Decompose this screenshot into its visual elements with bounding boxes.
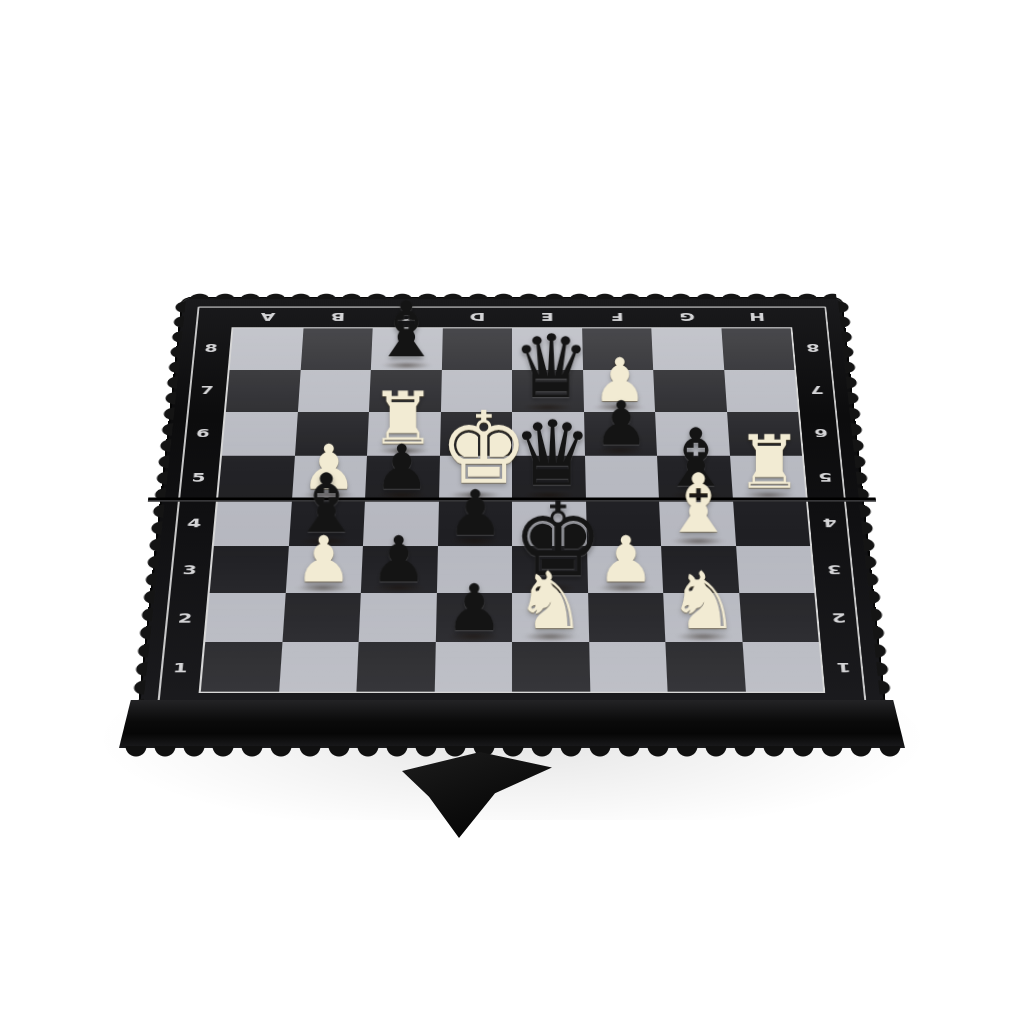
square-d6 (439, 412, 512, 455)
file-label-far-f: F (582, 307, 653, 327)
square-g8 (651, 328, 723, 369)
square-c7 (369, 370, 441, 412)
board-frame: ABCDEFGH ABCDEFGH 87654321 87654321 ♝♛♟♜… (137, 298, 886, 731)
square-b8 (300, 328, 372, 369)
piece-black-pawn-c3: ♟ (361, 546, 438, 593)
file-label-far-h: H (721, 307, 792, 327)
white-knight-icon: ♞ (512, 561, 589, 640)
rank-label-right-7: 7 (797, 369, 836, 412)
square-b6 (294, 412, 368, 455)
rank-label-right-5: 5 (805, 455, 845, 500)
black-pawn-icon: ♟ (435, 576, 512, 641)
file-label-far-g: G (651, 307, 722, 327)
square-e7 (512, 370, 584, 412)
piece-white-bishop-g4: ♝ (659, 500, 736, 546)
white-pawn-icon: ♟ (588, 528, 664, 592)
piece-black-pawn-d4: ♟ (437, 500, 512, 546)
file-label-far-b: B (302, 307, 373, 327)
file-label-far-c: C (372, 307, 443, 327)
square-g6 (655, 412, 729, 455)
file-labels-far: ABCDEFGH (232, 307, 793, 327)
file-label-far-d: D (442, 307, 512, 327)
square-a5 (218, 455, 294, 500)
black-pawn-icon: ♟ (438, 482, 512, 545)
rank-label-right-6: 6 (801, 411, 840, 455)
chessboard-3d-scene: ABCDEFGH ABCDEFGH 87654321 87654321 ♝♛♟♜… (137, 298, 886, 731)
file-label-far-e: E (512, 307, 582, 327)
square-c6 (367, 412, 440, 455)
white-bishop-icon: ♝ (661, 464, 735, 545)
square-a7 (226, 370, 300, 412)
square-g7 (653, 370, 726, 412)
file-label-far-a: A (232, 307, 303, 327)
black-pawn-icon: ♟ (361, 528, 437, 592)
square-d8 (441, 328, 512, 369)
piece-white-knight-g2: ♞ (663, 593, 742, 642)
square-f6 (584, 412, 657, 455)
front-rim-scallop (122, 746, 902, 760)
piece-white-pawn-b3: ♟ (285, 546, 363, 593)
square-a8 (230, 328, 303, 369)
piece-black-pawn-d2: ♟ (435, 593, 512, 642)
square-d7 (440, 370, 512, 412)
square-b7 (297, 370, 370, 412)
square-h7 (724, 370, 798, 412)
rank-label-right-8: 8 (793, 327, 831, 368)
square-c8 (371, 328, 443, 369)
white-knight-icon: ♞ (665, 561, 742, 640)
piece-white-pawn-f3: ♟ (587, 546, 664, 593)
square-h8 (721, 328, 794, 369)
square-e8 (512, 328, 583, 369)
square-f8 (582, 328, 654, 369)
piece-white-knight-e2: ♞ (512, 593, 589, 642)
front-rim (119, 700, 905, 748)
square-h5 (730, 455, 806, 500)
square-f7 (583, 370, 655, 412)
square-h6 (727, 412, 802, 455)
square-c5 (365, 455, 439, 500)
product-photo: { "game": "chess", "board": { "files": [… (0, 0, 1024, 1024)
square-a6 (222, 412, 297, 455)
white-pawn-icon: ♟ (285, 528, 361, 592)
square-e6 (512, 412, 585, 455)
